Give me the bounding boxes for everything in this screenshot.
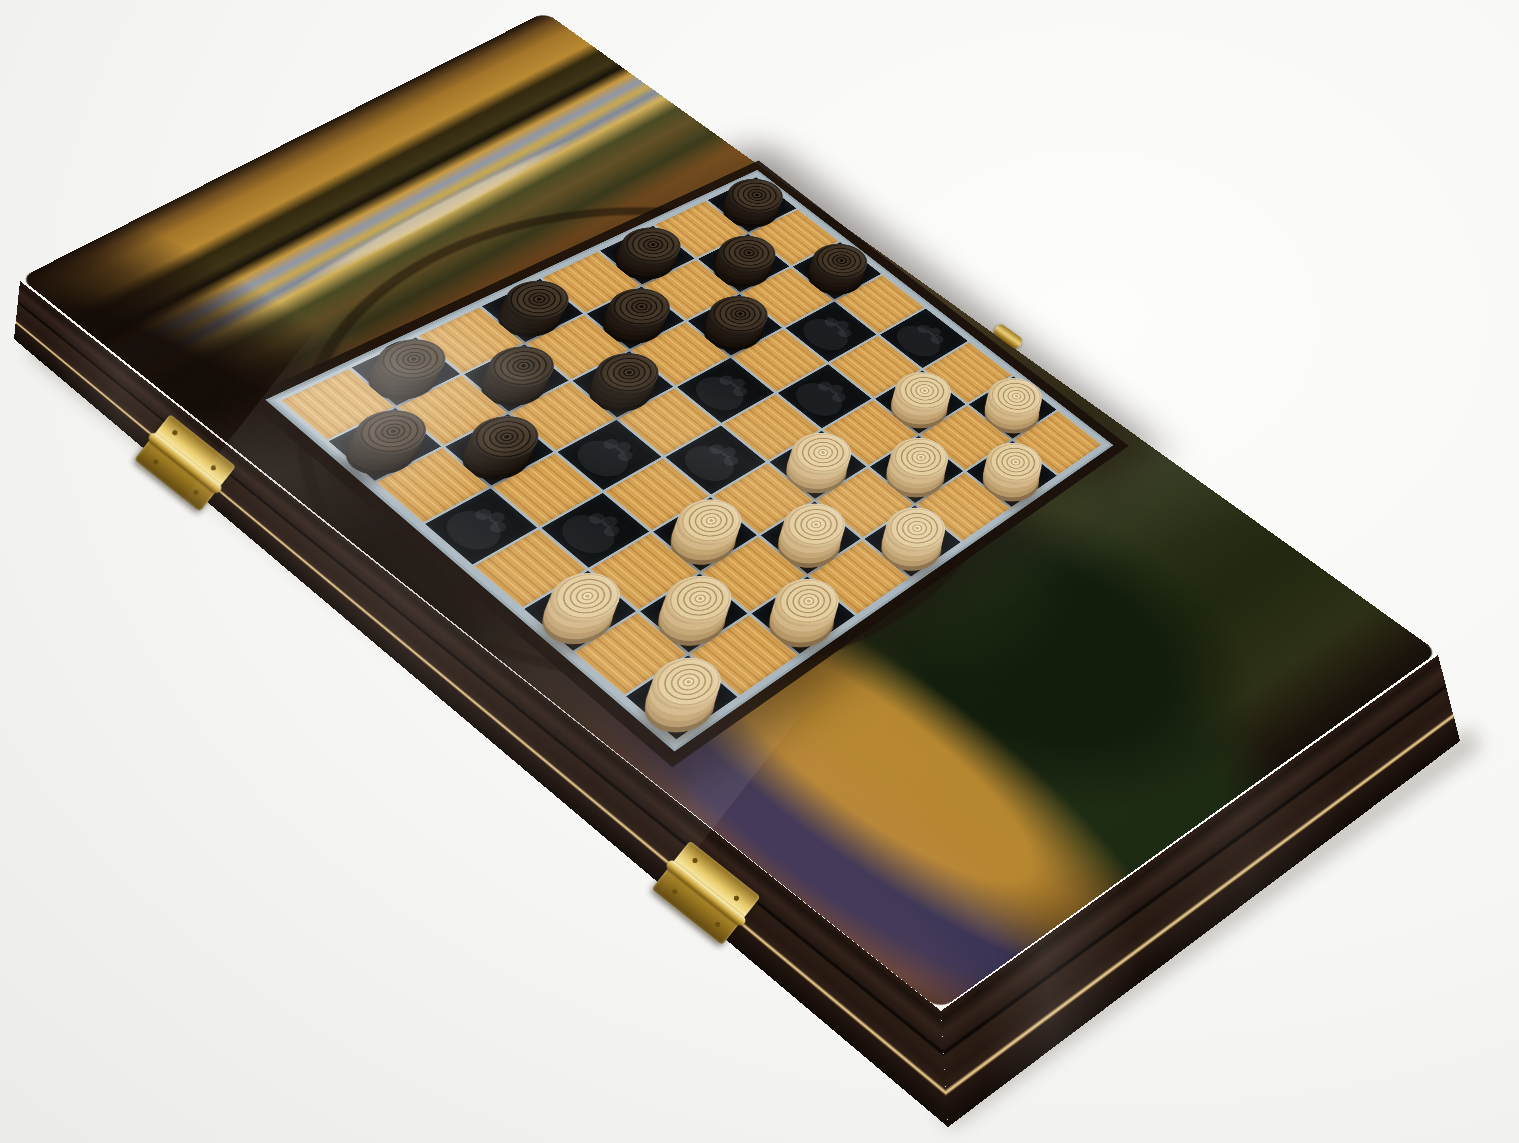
light-checker-glyph: ⛀ — [695, 507, 720, 524]
light-checker-glyph: ⛀ — [571, 582, 598, 601]
light-checker-glyph: ⛀ — [793, 587, 818, 605]
photo-stage: ⛂⛂⛀⛂⛀⛀⛂⛂⛀⛂⛀⛀⛂⛂⛀⛂⛀⛀⛂⛂⛀⛂⛀⛀ — [0, 0, 1519, 1143]
dark-checker-glyph: ⛂ — [735, 242, 757, 255]
dark-checker-glyph: ⛂ — [508, 354, 534, 370]
light-checker-glyph: ⛀ — [1002, 450, 1024, 465]
light-checker-glyph: ⛀ — [907, 445, 929, 461]
dark-checker-glyph: ⛂ — [377, 418, 405, 435]
dark-checker-glyph: ⛂ — [627, 295, 651, 309]
dark-checker-glyph: ⛂ — [491, 424, 517, 441]
light-checker-glyph: ⛀ — [902, 515, 925, 532]
light-checker-glyph: ⛀ — [911, 379, 933, 394]
dark-checker-glyph: ⛂ — [828, 250, 849, 263]
dark-checker-glyph: ⛂ — [398, 347, 425, 363]
light-checker-glyph: ⛀ — [801, 511, 825, 528]
dark-checker-glyph: ⛂ — [524, 288, 549, 303]
dark-checker-glyph: ⛂ — [726, 303, 749, 317]
light-checker-glyph: ⛀ — [808, 440, 831, 456]
light-checker-glyph: ⛀ — [672, 667, 699, 687]
dark-checker-glyph: ⛂ — [639, 234, 662, 248]
dark-checker-glyph: ⛂ — [744, 185, 765, 198]
light-checker-glyph: ⛀ — [684, 585, 710, 603]
light-checker-glyph: ⛀ — [1003, 385, 1024, 400]
dark-checker-glyph: ⛂ — [614, 360, 638, 375]
